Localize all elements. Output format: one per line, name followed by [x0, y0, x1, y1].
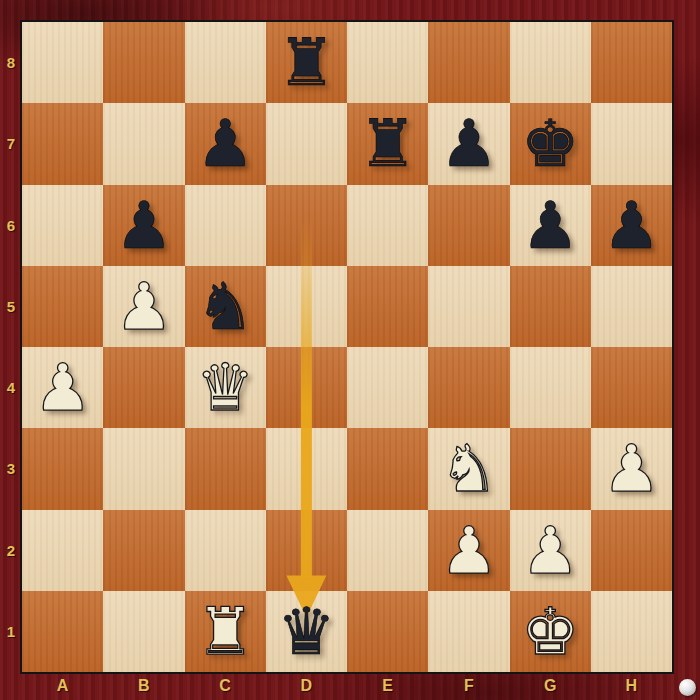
white-pawn-g2[interactable]: ♟ [521, 518, 579, 583]
square-h7[interactable] [591, 103, 672, 184]
square-a5[interactable] [22, 266, 103, 347]
black-pawn-f7[interactable]: ♟ [440, 111, 498, 176]
black-rook-d8[interactable]: ♜ [277, 30, 335, 95]
file-label-a: A [22, 672, 103, 700]
square-b5[interactable]: ♟ [103, 266, 184, 347]
square-c3[interactable] [185, 428, 266, 509]
square-e6[interactable] [347, 185, 428, 266]
square-e3[interactable] [347, 428, 428, 509]
black-knight-c5[interactable]: ♞ [196, 274, 254, 339]
square-f1[interactable] [428, 591, 509, 672]
square-g3[interactable] [510, 428, 591, 509]
square-a6[interactable] [22, 185, 103, 266]
rank-label-8: 8 [0, 22, 22, 103]
black-pawn-c7[interactable]: ♟ [196, 111, 254, 176]
white-pawn-b5[interactable]: ♟ [115, 274, 173, 339]
side-to-move-indicator [679, 679, 696, 696]
square-g1[interactable]: ♚ [510, 591, 591, 672]
rank-label-5: 5 [0, 266, 22, 347]
square-d7[interactable] [266, 103, 347, 184]
square-g4[interactable] [510, 347, 591, 428]
square-h1[interactable] [591, 591, 672, 672]
file-label-h: H [591, 672, 672, 700]
square-d3[interactable] [266, 428, 347, 509]
rank-label-7: 7 [0, 103, 22, 184]
square-d5[interactable] [266, 266, 347, 347]
square-e7[interactable]: ♜ [347, 103, 428, 184]
square-d1[interactable]: ♛ [266, 591, 347, 672]
black-pawn-g6[interactable]: ♟ [521, 193, 579, 258]
square-e5[interactable] [347, 266, 428, 347]
square-f7[interactable]: ♟ [428, 103, 509, 184]
square-f4[interactable] [428, 347, 509, 428]
white-pawn-a4[interactable]: ♟ [33, 355, 91, 420]
square-a1[interactable] [22, 591, 103, 672]
square-g6[interactable]: ♟ [510, 185, 591, 266]
square-a2[interactable] [22, 510, 103, 591]
white-queen-c4[interactable]: ♛ [196, 355, 254, 420]
square-g7[interactable]: ♚ [510, 103, 591, 184]
black-pawn-b6[interactable]: ♟ [115, 193, 173, 258]
file-label-f: F [428, 672, 509, 700]
black-pawn-h6[interactable]: ♟ [602, 193, 660, 258]
square-e2[interactable] [347, 510, 428, 591]
square-a7[interactable] [22, 103, 103, 184]
white-pawn-f2[interactable]: ♟ [440, 518, 498, 583]
square-d6[interactable] [266, 185, 347, 266]
square-b7[interactable] [103, 103, 184, 184]
file-label-e: E [347, 672, 428, 700]
square-b1[interactable] [103, 591, 184, 672]
chessboard-frame: 87654321 ABCDEFGH ♜♟♜♟♚♟♟♟♟♞♟♛♞♟♟♟♜♛♚ [0, 0, 700, 700]
square-h5[interactable] [591, 266, 672, 347]
square-h4[interactable] [591, 347, 672, 428]
square-h8[interactable] [591, 22, 672, 103]
square-d2[interactable] [266, 510, 347, 591]
square-f6[interactable] [428, 185, 509, 266]
square-g2[interactable]: ♟ [510, 510, 591, 591]
square-c4[interactable]: ♛ [185, 347, 266, 428]
black-rook-e7[interactable]: ♜ [358, 111, 416, 176]
square-a8[interactable] [22, 22, 103, 103]
square-b4[interactable] [103, 347, 184, 428]
square-f2[interactable]: ♟ [428, 510, 509, 591]
square-h3[interactable]: ♟ [591, 428, 672, 509]
white-rook-c1[interactable]: ♜ [196, 599, 254, 664]
rank-label-3: 3 [0, 428, 22, 509]
rank-label-4: 4 [0, 347, 22, 428]
file-label-g: G [510, 672, 591, 700]
square-b6[interactable]: ♟ [103, 185, 184, 266]
square-g5[interactable] [510, 266, 591, 347]
square-f5[interactable] [428, 266, 509, 347]
square-f8[interactable] [428, 22, 509, 103]
board: ♜♟♜♟♚♟♟♟♟♞♟♛♞♟♟♟♜♛♚ [22, 22, 672, 672]
file-label-c: C [185, 672, 266, 700]
white-pawn-h3[interactable]: ♟ [602, 436, 660, 501]
white-king-g1[interactable]: ♚ [521, 599, 579, 664]
square-e1[interactable] [347, 591, 428, 672]
file-label-d: D [266, 672, 347, 700]
square-f3[interactable]: ♞ [428, 428, 509, 509]
square-h6[interactable]: ♟ [591, 185, 672, 266]
square-a4[interactable]: ♟ [22, 347, 103, 428]
square-c1[interactable]: ♜ [185, 591, 266, 672]
square-b8[interactable] [103, 22, 184, 103]
square-a3[interactable] [22, 428, 103, 509]
square-h2[interactable] [591, 510, 672, 591]
rank-label-2: 2 [0, 510, 22, 591]
rank-label-1: 1 [0, 591, 22, 672]
white-knight-f3[interactable]: ♞ [440, 436, 498, 501]
square-e8[interactable] [347, 22, 428, 103]
square-d8[interactable]: ♜ [266, 22, 347, 103]
square-c2[interactable] [185, 510, 266, 591]
square-b2[interactable] [103, 510, 184, 591]
black-king-g7[interactable]: ♚ [521, 111, 579, 176]
square-c7[interactable]: ♟ [185, 103, 266, 184]
square-d4[interactable] [266, 347, 347, 428]
black-queen-d1[interactable]: ♛ [277, 599, 335, 664]
square-g8[interactable] [510, 22, 591, 103]
square-c6[interactable] [185, 185, 266, 266]
square-c5[interactable]: ♞ [185, 266, 266, 347]
file-label-b: B [103, 672, 184, 700]
square-b3[interactable] [103, 428, 184, 509]
square-c8[interactable] [185, 22, 266, 103]
rank-label-6: 6 [0, 185, 22, 266]
square-e4[interactable] [347, 347, 428, 428]
